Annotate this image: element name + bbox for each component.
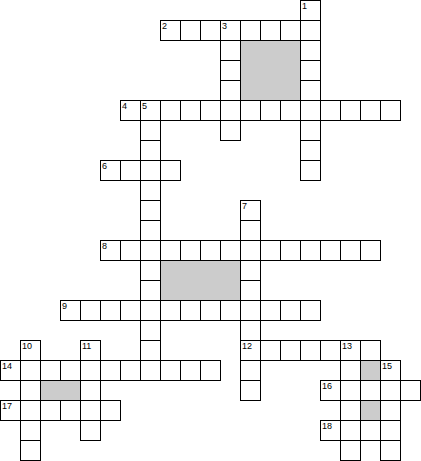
- crossword-board: 123456789101112131415161718: [0, 0, 421, 461]
- grid-cell[interactable]: [280, 340, 301, 361]
- grid-cell[interactable]: [180, 20, 201, 41]
- grid-cell[interactable]: [140, 240, 161, 261]
- grid-cell[interactable]: [220, 80, 241, 101]
- grid-cell[interactable]: [300, 300, 321, 321]
- grid-cell[interactable]: [240, 380, 261, 401]
- grid-cell[interactable]: [300, 140, 321, 161]
- grid-cell[interactable]: [180, 240, 201, 261]
- grid-cell[interactable]: [80, 360, 101, 381]
- grid-cell[interactable]: [240, 280, 261, 301]
- grid-cell[interactable]: [140, 180, 161, 201]
- grid-cell[interactable]: [380, 100, 401, 121]
- grid-cell[interactable]: [240, 300, 261, 321]
- grid-cell[interactable]: [240, 200, 261, 221]
- grid-cell[interactable]: [120, 100, 141, 121]
- grid-cell[interactable]: [340, 380, 361, 401]
- grid-cell[interactable]: [280, 240, 301, 261]
- grid-cell[interactable]: [140, 220, 161, 241]
- grid-cell[interactable]: [140, 100, 161, 121]
- grid-cell[interactable]: [320, 380, 341, 401]
- grid-cell[interactable]: [140, 160, 161, 181]
- grid-cell[interactable]: [140, 300, 161, 321]
- grid-cell[interactable]: [320, 240, 341, 261]
- grid-cell[interactable]: [260, 240, 281, 261]
- grid-cell[interactable]: [240, 240, 261, 261]
- grid-cell[interactable]: [180, 100, 201, 121]
- grid-cell[interactable]: [140, 120, 161, 141]
- grid-cell[interactable]: [380, 380, 401, 401]
- grid-cell[interactable]: [360, 340, 381, 361]
- grid-cell[interactable]: [220, 300, 241, 321]
- grid-cell[interactable]: [340, 340, 361, 361]
- grid-cell[interactable]: [240, 320, 261, 341]
- grid-cell[interactable]: [220, 120, 241, 141]
- grid-cell[interactable]: [240, 20, 261, 41]
- grid-cell[interactable]: [280, 20, 301, 41]
- grid-cell[interactable]: [40, 400, 61, 421]
- grid-cell[interactable]: [140, 360, 161, 381]
- grid-cell[interactable]: [360, 380, 381, 401]
- grid-cell[interactable]: [60, 300, 81, 321]
- grid-cell[interactable]: [20, 360, 41, 381]
- grid-cell[interactable]: [380, 400, 401, 421]
- grid-cell[interactable]: [160, 300, 181, 321]
- grid-cell[interactable]: [40, 360, 61, 381]
- grid-cell[interactable]: [100, 400, 121, 421]
- grid-cell[interactable]: [240, 340, 261, 361]
- grid-cell[interactable]: [340, 360, 361, 381]
- grid-cell[interactable]: [220, 60, 241, 81]
- grid-cell[interactable]: [300, 240, 321, 261]
- grid-cell[interactable]: [200, 240, 221, 261]
- grid-cell[interactable]: [100, 240, 121, 261]
- grid-cell[interactable]: [60, 400, 81, 421]
- grid-cell[interactable]: [280, 100, 301, 121]
- grid-cell[interactable]: [180, 300, 201, 321]
- grid-cell[interactable]: [200, 100, 221, 121]
- grid-cell[interactable]: [260, 100, 281, 121]
- grid-cell[interactable]: [160, 240, 181, 261]
- grid-cell[interactable]: [80, 380, 101, 401]
- grid-cell[interactable]: [300, 80, 321, 101]
- grid-cell[interactable]: [300, 40, 321, 61]
- shaded-block: [160, 260, 241, 301]
- grid-cell[interactable]: [80, 340, 101, 361]
- grid-cell[interactable]: [160, 360, 181, 381]
- grid-cell[interactable]: [200, 300, 221, 321]
- grid-cell[interactable]: [240, 360, 261, 381]
- grid-cell[interactable]: [220, 40, 241, 61]
- grid-cell[interactable]: [260, 300, 281, 321]
- grid-cell[interactable]: [220, 20, 241, 41]
- grid-cell[interactable]: [160, 20, 181, 41]
- grid-cell[interactable]: [400, 380, 421, 401]
- grid-cell[interactable]: [100, 300, 121, 321]
- grid-cell[interactable]: [360, 240, 381, 261]
- grid-cell[interactable]: [340, 240, 361, 261]
- grid-cell[interactable]: [100, 360, 121, 381]
- grid-cell[interactable]: [380, 420, 401, 441]
- grid-cell[interactable]: [60, 360, 81, 381]
- grid-cell[interactable]: [20, 400, 41, 421]
- grid-cell[interactable]: [260, 20, 281, 41]
- grid-cell[interactable]: [300, 340, 321, 361]
- grid-cell[interactable]: [20, 340, 41, 361]
- grid-cell[interactable]: [160, 100, 181, 121]
- grid-cell[interactable]: [140, 140, 161, 161]
- grid-cell[interactable]: [320, 420, 341, 441]
- grid-cell[interactable]: [240, 220, 261, 241]
- grid-cell[interactable]: [340, 440, 361, 461]
- grid-cell[interactable]: [0, 360, 21, 381]
- grid-cell[interactable]: [360, 420, 381, 441]
- grid-cell[interactable]: [340, 400, 361, 421]
- grid-cell[interactable]: [100, 160, 121, 181]
- grid-cell[interactable]: [180, 360, 201, 381]
- grid-cell[interactable]: [140, 260, 161, 281]
- grid-cell[interactable]: [160, 160, 181, 181]
- grid-cell[interactable]: [140, 200, 161, 221]
- grid-cell[interactable]: [340, 420, 361, 441]
- grid-cell[interactable]: [220, 240, 241, 261]
- grid-cell[interactable]: [300, 160, 321, 181]
- grid-cell[interactable]: [140, 320, 161, 341]
- shaded-block: [360, 400, 381, 421]
- shaded-block: [240, 40, 301, 101]
- grid-cell[interactable]: [0, 400, 21, 421]
- grid-cell[interactable]: [220, 100, 241, 121]
- grid-cell[interactable]: [300, 120, 321, 141]
- grid-cell[interactable]: [380, 440, 401, 461]
- grid-cell[interactable]: [140, 340, 161, 361]
- grid-cell[interactable]: [200, 360, 221, 381]
- grid-cell[interactable]: [300, 60, 321, 81]
- grid-cell[interactable]: [320, 340, 341, 361]
- grid-cell[interactable]: [120, 360, 141, 381]
- grid-cell[interactable]: [320, 100, 341, 121]
- grid-cell[interactable]: [380, 360, 401, 381]
- shaded-block: [40, 380, 81, 401]
- grid-cell[interactable]: [360, 100, 381, 121]
- grid-cell[interactable]: [120, 300, 141, 321]
- grid-cell[interactable]: [300, 20, 321, 41]
- grid-cell[interactable]: [240, 260, 261, 281]
- grid-cell[interactable]: [240, 100, 261, 121]
- grid-cell[interactable]: [280, 300, 301, 321]
- grid-cell[interactable]: [120, 240, 141, 261]
- grid-cell[interactable]: [20, 440, 41, 461]
- grid-cell[interactable]: [20, 420, 41, 441]
- shaded-block: [360, 360, 381, 381]
- grid-cell[interactable]: [300, 0, 321, 21]
- grid-cell[interactable]: [300, 100, 321, 121]
- grid-cell[interactable]: [120, 160, 141, 181]
- grid-cell[interactable]: [200, 20, 221, 41]
- grid-cell[interactable]: [80, 420, 101, 441]
- grid-cell[interactable]: [260, 340, 281, 361]
- grid-cell[interactable]: [340, 100, 361, 121]
- grid-cell[interactable]: [140, 280, 161, 301]
- grid-cell[interactable]: [80, 300, 101, 321]
- grid-cell[interactable]: [20, 380, 41, 401]
- grid-cell[interactable]: [80, 400, 101, 421]
